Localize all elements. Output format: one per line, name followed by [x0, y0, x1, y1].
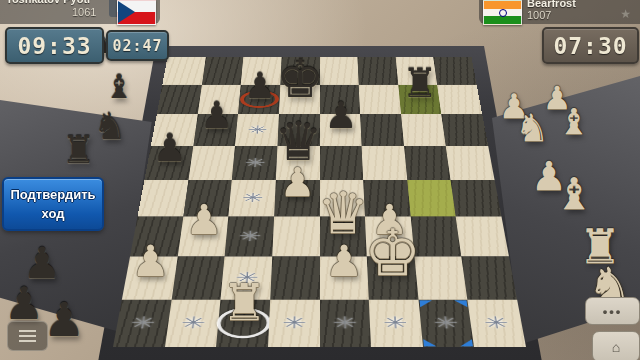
piece-white-rook[interactable]: ♜ — [221, 278, 267, 329]
flag-india — [483, 0, 522, 25]
piece-black-rook[interactable]: ♜ — [402, 64, 438, 104]
piece-black-pawn[interactable]: ♟ — [153, 129, 187, 167]
piece-white-pawn[interactable]: ♟ — [131, 240, 170, 283]
home-button-partial[interactable]: ⌂ — [592, 331, 640, 360]
favorite-star-icon: ★ — [620, 7, 631, 21]
piece-white-queen[interactable]: ♛ — [317, 186, 369, 244]
piece-black-pawn[interactable]: ♟ — [244, 68, 276, 104]
player-rating-left: 1061 — [72, 6, 96, 18]
piece-black-pawn[interactable]: ♟ — [324, 97, 357, 134]
clock-white-main: 09:33 — [5, 27, 104, 64]
piece-white-king[interactable]: ♚ — [364, 222, 421, 286]
clock-black: 07:30 — [542, 27, 639, 64]
clock-white-move-timer: 02:47 — [106, 30, 169, 61]
player-name-left: Toshkatov Pyotr — [6, 0, 91, 5]
confirm-move-label-line1: Подтвердить — [10, 185, 95, 205]
chat-menu-button[interactable] — [7, 321, 48, 351]
game-screen: { "game": "chess", "app_style": "3d-wood… — [0, 0, 640, 360]
confirm-move-button[interactable]: Подтвердить ход — [2, 177, 104, 231]
piece-black-pawn[interactable]: ♟ — [200, 97, 233, 134]
player-rating-right: 1007 — [527, 9, 551, 21]
more-options-button[interactable]: ••• — [585, 297, 640, 325]
confirm-move-label-line2: ход — [42, 204, 65, 224]
flag-czech-republic — [117, 0, 156, 25]
player-name-right: Bearfrost — [527, 0, 576, 9]
menu-lines-icon — [19, 330, 36, 332]
piece-white-pawn[interactable]: ♟ — [325, 240, 364, 283]
piece-black-king[interactable]: ♚ — [276, 53, 323, 106]
piece-white-pawn[interactable]: ♟ — [280, 163, 316, 203]
piece-white-pawn[interactable]: ♟ — [185, 200, 222, 241]
